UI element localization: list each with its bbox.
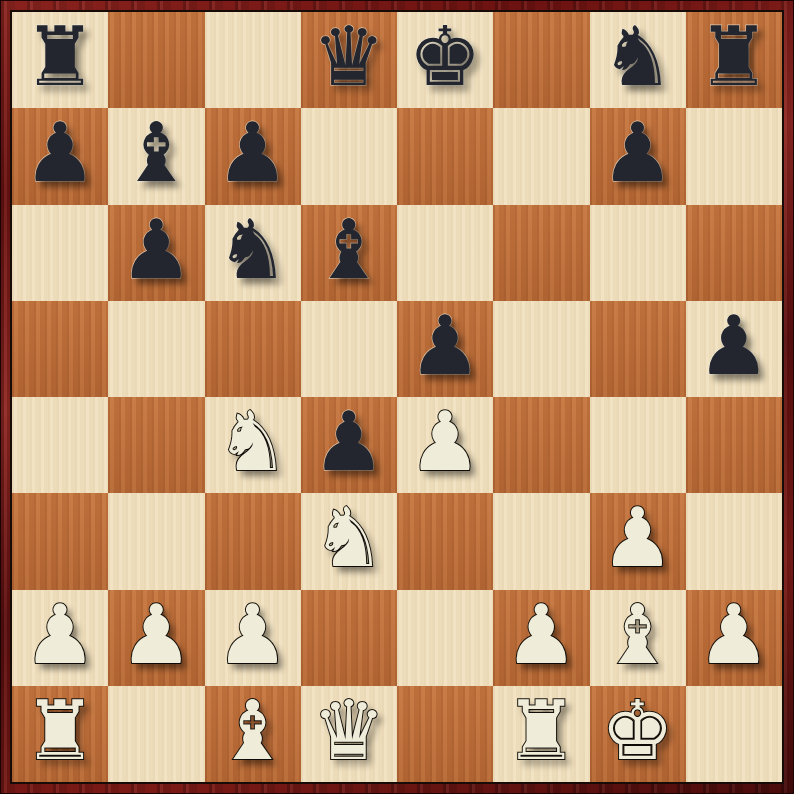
square-b4[interactable] [108,397,204,493]
black-rook[interactable]: ♜ [697,16,771,98]
square-c4[interactable]: ♞ [205,397,301,493]
square-c1[interactable]: ♝ [205,686,301,782]
square-d3[interactable]: ♞ [301,493,397,589]
white-pawn[interactable]: ♟ [697,594,771,676]
square-c7[interactable]: ♟ [205,108,301,204]
black-rook[interactable]: ♜ [23,16,97,98]
black-pawn[interactable]: ♟ [23,112,97,194]
black-pawn[interactable]: ♟ [120,209,194,291]
square-a6[interactable] [12,205,108,301]
square-h2[interactable]: ♟ [686,590,782,686]
square-d4[interactable]: ♟ [301,397,397,493]
square-e4[interactable]: ♟ [397,397,493,493]
black-knight[interactable]: ♞ [601,16,675,98]
black-bishop[interactable]: ♝ [312,209,386,291]
square-a1[interactable]: ♜ [12,686,108,782]
square-h6[interactable] [686,205,782,301]
square-f6[interactable] [493,205,589,301]
board-frame: ♜♛♚♞♜♟♝♟♟♟♞♝♟♟♞♟♟♞♟♟♟♟♟♝♟♜♝♛♜♚ [0,0,794,794]
square-b8[interactable] [108,12,204,108]
square-c2[interactable]: ♟ [205,590,301,686]
square-g6[interactable] [590,205,686,301]
square-h8[interactable]: ♜ [686,12,782,108]
square-c8[interactable] [205,12,301,108]
square-d7[interactable] [301,108,397,204]
square-g2[interactable]: ♝ [590,590,686,686]
square-h3[interactable] [686,493,782,589]
square-f8[interactable] [493,12,589,108]
square-f4[interactable] [493,397,589,493]
white-rook[interactable]: ♜ [505,690,579,772]
chess-board: ♜♛♚♞♜♟♝♟♟♟♞♝♟♟♞♟♟♞♟♟♟♟♟♝♟♜♝♛♜♚ [12,12,782,782]
white-pawn[interactable]: ♟ [216,594,290,676]
black-bishop[interactable]: ♝ [120,112,194,194]
square-e2[interactable] [397,590,493,686]
white-king[interactable]: ♚ [601,690,675,772]
square-h7[interactable] [686,108,782,204]
square-d1[interactable]: ♛ [301,686,397,782]
white-knight[interactable]: ♞ [216,401,290,483]
white-pawn[interactable]: ♟ [120,594,194,676]
square-d6[interactable]: ♝ [301,205,397,301]
square-b6[interactable]: ♟ [108,205,204,301]
square-g3[interactable]: ♟ [590,493,686,589]
white-pawn[interactable]: ♟ [408,401,482,483]
black-pawn[interactable]: ♟ [601,112,675,194]
white-pawn[interactable]: ♟ [23,594,97,676]
square-a5[interactable] [12,301,108,397]
white-queen[interactable]: ♛ [312,690,386,772]
black-knight[interactable]: ♞ [216,209,290,291]
square-f1[interactable]: ♜ [493,686,589,782]
white-bishop[interactable]: ♝ [216,690,290,772]
square-h5[interactable]: ♟ [686,301,782,397]
square-h4[interactable] [686,397,782,493]
black-pawn[interactable]: ♟ [697,305,771,387]
square-f2[interactable]: ♟ [493,590,589,686]
square-f5[interactable] [493,301,589,397]
square-c6[interactable]: ♞ [205,205,301,301]
white-rook[interactable]: ♜ [23,690,97,772]
square-a2[interactable]: ♟ [12,590,108,686]
square-e1[interactable] [397,686,493,782]
square-f3[interactable] [493,493,589,589]
board-inner-border: ♜♛♚♞♜♟♝♟♟♟♞♝♟♟♞♟♟♞♟♟♟♟♟♝♟♜♝♛♜♚ [10,10,784,784]
square-a3[interactable] [12,493,108,589]
square-g4[interactable] [590,397,686,493]
black-queen[interactable]: ♛ [312,16,386,98]
square-g5[interactable] [590,301,686,397]
square-a4[interactable] [12,397,108,493]
square-c3[interactable] [205,493,301,589]
square-g7[interactable]: ♟ [590,108,686,204]
black-pawn[interactable]: ♟ [408,305,482,387]
square-b3[interactable] [108,493,204,589]
square-e5[interactable]: ♟ [397,301,493,397]
square-b5[interactable] [108,301,204,397]
square-a7[interactable]: ♟ [12,108,108,204]
white-pawn[interactable]: ♟ [601,497,675,579]
black-king[interactable]: ♚ [408,16,482,98]
square-d5[interactable] [301,301,397,397]
white-pawn[interactable]: ♟ [505,594,579,676]
square-g8[interactable]: ♞ [590,12,686,108]
square-e6[interactable] [397,205,493,301]
square-d8[interactable]: ♛ [301,12,397,108]
black-pawn[interactable]: ♟ [216,112,290,194]
square-a8[interactable]: ♜ [12,12,108,108]
black-pawn[interactable]: ♟ [312,401,386,483]
square-e8[interactable]: ♚ [397,12,493,108]
square-b7[interactable]: ♝ [108,108,204,204]
square-d2[interactable] [301,590,397,686]
square-f7[interactable] [493,108,589,204]
square-e7[interactable] [397,108,493,204]
square-b1[interactable] [108,686,204,782]
square-e3[interactable] [397,493,493,589]
square-g1[interactable]: ♚ [590,686,686,782]
white-bishop[interactable]: ♝ [601,594,675,676]
square-h1[interactable] [686,686,782,782]
white-knight[interactable]: ♞ [312,497,386,579]
square-b2[interactable]: ♟ [108,590,204,686]
square-c5[interactable] [205,301,301,397]
